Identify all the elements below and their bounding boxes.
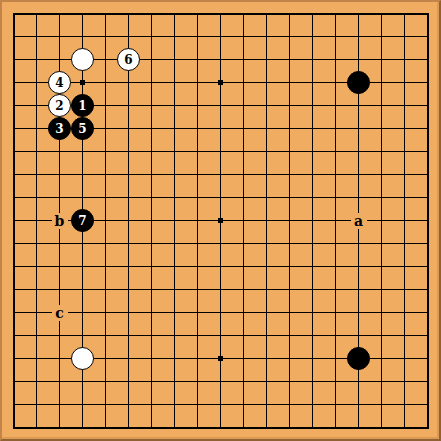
grid-line-horizontal-17 xyxy=(13,381,429,382)
black-stone-move-5: 5 xyxy=(71,117,94,140)
grid-line-vertical-12 xyxy=(266,13,267,429)
white-stone-4-3 xyxy=(71,48,94,71)
point-label-a: a xyxy=(351,213,367,229)
black-stone-move-3: 3 xyxy=(48,117,71,140)
point-label-b: b xyxy=(52,213,68,229)
grid-line-horizontal-12 xyxy=(13,266,429,267)
stone-number: 1 xyxy=(78,100,86,112)
star-point-10-16 xyxy=(218,356,223,361)
stone-number: 3 xyxy=(55,123,63,135)
grid-line-vertical-13 xyxy=(289,13,290,429)
black-stone-16-16 xyxy=(347,347,370,370)
point-label-c: c xyxy=(52,305,68,321)
grid-line-horizontal-11 xyxy=(13,243,429,244)
grid-line-horizontal-14 xyxy=(13,312,429,313)
stone-number: 4 xyxy=(55,77,63,89)
stone-number: 2 xyxy=(55,100,63,112)
black-stone-16-4 xyxy=(347,71,370,94)
grid-line-horizontal-13 xyxy=(13,289,429,290)
grid-line-horizontal-15 xyxy=(13,335,429,336)
black-stone-move-1: 1 xyxy=(71,94,94,117)
grid-line-vertical-15 xyxy=(335,13,336,429)
star-point-10-4 xyxy=(218,80,223,85)
stone-number: 5 xyxy=(78,123,86,135)
grid-line-horizontal-18 xyxy=(13,404,429,405)
grid-line-vertical-18 xyxy=(404,13,405,429)
white-stone-move-6: 6 xyxy=(117,48,140,71)
star-point-10-10 xyxy=(218,218,223,223)
grid-line-vertical-14 xyxy=(312,13,313,429)
go-board-diagram: abc6421357 xyxy=(0,0,441,441)
stone-number: 7 xyxy=(78,215,86,227)
grid-line-horizontal-19 xyxy=(13,427,429,429)
white-stone-move-2: 2 xyxy=(48,94,71,117)
black-stone-move-7: 7 xyxy=(71,209,94,232)
white-stone-move-4: 4 xyxy=(48,71,71,94)
grid-line-vertical-19 xyxy=(427,13,429,429)
white-stone-4-16 xyxy=(71,347,94,370)
stone-number: 6 xyxy=(124,54,132,66)
grid-line-vertical-17 xyxy=(381,13,382,429)
star-point-4-4 xyxy=(80,80,85,85)
grid-line-vertical-11 xyxy=(243,13,244,429)
